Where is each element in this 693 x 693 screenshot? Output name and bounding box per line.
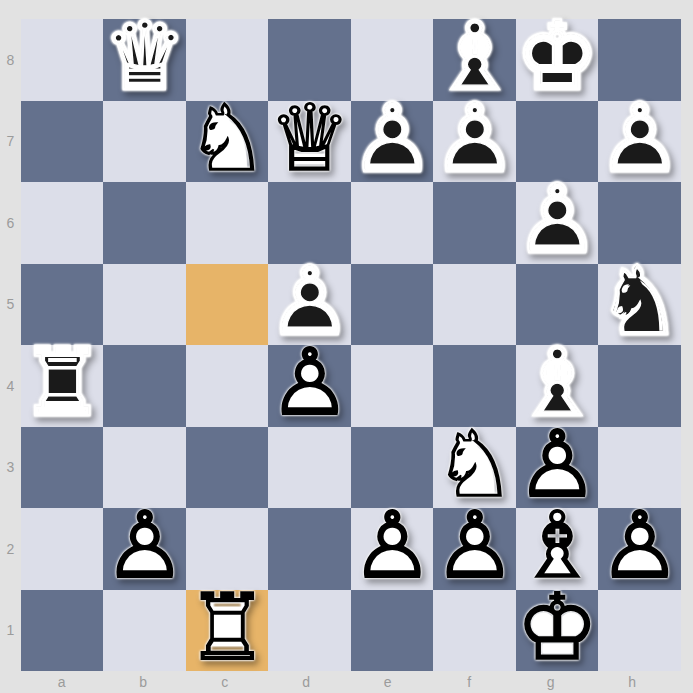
white-pawn-icon[interactable]: ♟♙ [598, 505, 680, 586]
square-f5[interactable] [433, 264, 515, 346]
square-c5[interactable] [186, 264, 268, 346]
square-b6[interactable] [103, 182, 185, 264]
black-king-icon[interactable]: ♚♔ [516, 16, 598, 97]
white-queen-outline: ♕ [268, 98, 350, 179]
white-pawn-outline: ♙ [351, 505, 433, 586]
rank-labels: 87654321 [0, 19, 21, 671]
file-label-d: d [266, 670, 348, 693]
black-pawn-outline: ♙ [433, 98, 515, 179]
square-a3[interactable] [21, 427, 103, 509]
square-e4[interactable] [351, 345, 433, 427]
white-knight-outline: ♘ [186, 98, 268, 179]
page-background: 87654321 ♛♕♝♗♚♔♞♘♛♕♟♙♟♙♟♙♟♙♟♙♞♘♜♖♟♙♝♗♞♘♟… [0, 0, 693, 693]
square-d4[interactable]: ♟♙ [268, 345, 350, 427]
square-c6[interactable] [186, 182, 268, 264]
chess-board: ♛♕♝♗♚♔♞♘♛♕♟♙♟♙♟♙♟♙♟♙♞♘♜♖♟♙♝♗♞♘♟♙♟♙♟♙♟♙♝♗… [21, 19, 673, 671]
square-b2[interactable]: ♟♙ [103, 508, 185, 590]
black-knight-outline: ♘ [598, 261, 680, 342]
square-g6[interactable]: ♟♙ [516, 182, 598, 264]
square-a8[interactable] [21, 19, 103, 101]
black-pawn-outline: ♙ [598, 98, 680, 179]
square-b4[interactable] [103, 345, 185, 427]
file-label-g: g [510, 670, 592, 693]
square-b7[interactable] [103, 101, 185, 183]
square-h2[interactable]: ♟♙ [598, 508, 680, 590]
black-pawn-icon[interactable]: ♟♙ [433, 98, 515, 179]
square-h4[interactable] [598, 345, 680, 427]
rank-label-8: 8 [0, 19, 21, 101]
square-a6[interactable] [21, 182, 103, 264]
black-rook-outline: ♖ [21, 342, 103, 423]
square-e1[interactable] [351, 590, 433, 672]
black-rook-icon[interactable]: ♜♖ [21, 342, 103, 423]
file-label-a: a [21, 670, 103, 693]
black-pawn-outline: ♙ [351, 98, 433, 179]
square-f7[interactable]: ♟♙ [433, 101, 515, 183]
file-labels: abcdefgh [21, 670, 673, 693]
square-a7[interactable] [21, 101, 103, 183]
square-b5[interactable] [103, 264, 185, 346]
black-queen-icon[interactable]: ♛♕ [103, 16, 185, 97]
file-label-b: b [103, 670, 185, 693]
white-pawn-outline: ♙ [103, 505, 185, 586]
white-pawn-icon[interactable]: ♟♙ [268, 342, 350, 423]
square-c1[interactable]: ♜♖ [186, 590, 268, 672]
rank-label-4: 4 [0, 345, 21, 427]
rank-label-3: 3 [0, 427, 21, 509]
black-pawn-icon[interactable]: ♟♙ [351, 98, 433, 179]
square-c7[interactable]: ♞♘ [186, 101, 268, 183]
rank-label-7: 7 [0, 101, 21, 183]
square-g8[interactable]: ♚♔ [516, 19, 598, 101]
black-pawn-outline: ♙ [516, 179, 598, 260]
square-d1[interactable] [268, 590, 350, 672]
black-pawn-icon[interactable]: ♟♙ [516, 179, 598, 260]
rank-label-6: 6 [0, 182, 21, 264]
square-f1[interactable] [433, 590, 515, 672]
black-queen-outline: ♕ [103, 16, 185, 97]
white-queen-icon[interactable]: ♛♕ [268, 98, 350, 179]
file-label-h: h [592, 670, 674, 693]
square-h5[interactable]: ♞♘ [598, 264, 680, 346]
white-king-outline: ♔ [516, 587, 598, 668]
square-e7[interactable]: ♟♙ [351, 101, 433, 183]
square-b8[interactable]: ♛♕ [103, 19, 185, 101]
white-pawn-icon[interactable]: ♟♙ [433, 505, 515, 586]
square-a1[interactable] [21, 590, 103, 672]
rank-label-2: 2 [0, 508, 21, 590]
square-g1[interactable]: ♚♔ [516, 590, 598, 672]
white-pawn-icon[interactable]: ♟♙ [103, 505, 185, 586]
square-d2[interactable] [268, 508, 350, 590]
white-pawn-outline: ♙ [268, 342, 350, 423]
file-label-c: c [184, 670, 266, 693]
black-knight-icon[interactable]: ♞♘ [598, 261, 680, 342]
square-b1[interactable] [103, 590, 185, 672]
rank-label-5: 5 [0, 264, 21, 346]
white-king-icon[interactable]: ♚♔ [516, 587, 598, 668]
file-label-f: f [429, 670, 511, 693]
black-pawn-icon[interactable]: ♟♙ [598, 98, 680, 179]
square-e5[interactable] [351, 264, 433, 346]
file-label-e: e [347, 670, 429, 693]
square-c3[interactable] [186, 427, 268, 509]
square-f6[interactable] [433, 182, 515, 264]
white-pawn-outline: ♙ [433, 505, 515, 586]
square-d7[interactable]: ♛♕ [268, 101, 350, 183]
square-f2[interactable]: ♟♙ [433, 508, 515, 590]
white-rook-outline: ♖ [186, 587, 268, 668]
rank-label-1: 1 [0, 590, 21, 672]
white-rook-icon[interactable]: ♜♖ [186, 587, 268, 668]
square-d3[interactable] [268, 427, 350, 509]
white-pawn-outline: ♙ [598, 505, 680, 586]
white-knight-icon[interactable]: ♞♘ [186, 98, 268, 179]
white-pawn-icon[interactable]: ♟♙ [351, 505, 433, 586]
square-h7[interactable]: ♟♙ [598, 101, 680, 183]
square-a2[interactable] [21, 508, 103, 590]
square-a4[interactable]: ♜♖ [21, 345, 103, 427]
square-c4[interactable] [186, 345, 268, 427]
square-h1[interactable] [598, 590, 680, 672]
square-e6[interactable] [351, 182, 433, 264]
square-e2[interactable]: ♟♙ [351, 508, 433, 590]
black-king-outline: ♔ [516, 16, 598, 97]
